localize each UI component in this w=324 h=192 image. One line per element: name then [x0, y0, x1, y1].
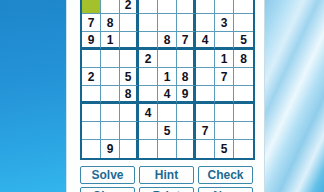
- sudoku-cell-r8c7[interactable]: 7: [196, 122, 215, 140]
- sudoku-cell-r2c8[interactable]: 3: [215, 14, 234, 32]
- sudoku-cell-r1c6[interactable]: [177, 0, 196, 14]
- sudoku-cell-r8c6[interactable]: [177, 122, 196, 140]
- sudoku-cell-r6c9[interactable]: [234, 86, 253, 104]
- sudoku-cell-r4c1[interactable]: [82, 50, 101, 68]
- sudoku-cell-r7c3[interactable]: [120, 104, 139, 122]
- sudoku-cell-r3c2[interactable]: 1: [101, 32, 120, 50]
- sudoku-cell-r4c9[interactable]: 8: [234, 50, 253, 68]
- sudoku-cell-r3c4[interactable]: [139, 32, 158, 50]
- sudoku-cell-r4c5[interactable]: [158, 50, 177, 68]
- sudoku-cell-r8c2[interactable]: [101, 122, 120, 140]
- sudoku-cell-r6c7[interactable]: [196, 86, 215, 104]
- sudoku-cell-r9c9[interactable]: [234, 140, 253, 158]
- hint-button[interactable]: Hint: [139, 166, 194, 184]
- sudoku-cell-r1c1[interactable]: [82, 0, 101, 14]
- sudoku-cell-r6c5[interactable]: 4: [158, 86, 177, 104]
- sudoku-cell-r5c9[interactable]: [234, 68, 253, 86]
- sudoku-cell-r1c3[interactable]: 2: [120, 0, 139, 14]
- sudoku-widget-panel: 27839187452182518784945795 SolveHintChec…: [66, 0, 265, 192]
- sudoku-cell-r6c2[interactable]: [101, 86, 120, 104]
- sudoku-cell-r4c6[interactable]: [177, 50, 196, 68]
- sudoku-cell-r4c7[interactable]: [196, 50, 215, 68]
- sudoku-cell-r8c1[interactable]: [82, 122, 101, 140]
- sudoku-cell-r5c6[interactable]: 8: [177, 68, 196, 86]
- sudoku-cell-r6c8[interactable]: [215, 86, 234, 104]
- solve-button[interactable]: Solve: [80, 166, 135, 184]
- sudoku-cell-r4c3[interactable]: [120, 50, 139, 68]
- sudoku-cell-r7c9[interactable]: [234, 104, 253, 122]
- desktop-background: [0, 0, 66, 192]
- button-row-2: ClearPrintNew: [80, 187, 253, 192]
- sudoku-cell-r3c3[interactable]: [120, 32, 139, 50]
- sudoku-cell-r9c1[interactable]: [82, 140, 101, 158]
- sudoku-cell-r7c7[interactable]: [196, 104, 215, 122]
- sudoku-cell-r2c1[interactable]: 7: [82, 14, 101, 32]
- print-button[interactable]: Print: [139, 187, 194, 192]
- sudoku-cell-r7c2[interactable]: [101, 104, 120, 122]
- sudoku-cell-r7c6[interactable]: [177, 104, 196, 122]
- sudoku-cell-r2c2[interactable]: 8: [101, 14, 120, 32]
- sudoku-cell-r7c1[interactable]: [82, 104, 101, 122]
- button-row-1: SolveHintCheck: [80, 166, 253, 184]
- sudoku-cell-r5c4[interactable]: [139, 68, 158, 86]
- sudoku-cell-r5c1[interactable]: 2: [82, 68, 101, 86]
- sudoku-cell-r3c6[interactable]: 7: [177, 32, 196, 50]
- sudoku-cell-r2c3[interactable]: [120, 14, 139, 32]
- sudoku-cell-r3c7[interactable]: 4: [196, 32, 215, 50]
- sudoku-cell-r7c4[interactable]: 4: [139, 104, 158, 122]
- sudoku-cell-r8c9[interactable]: [234, 122, 253, 140]
- sudoku-cell-r2c6[interactable]: [177, 14, 196, 32]
- sudoku-cell-r9c8[interactable]: 5: [215, 140, 234, 158]
- sudoku-cell-r7c5[interactable]: [158, 104, 177, 122]
- sudoku-cell-r9c5[interactable]: [158, 140, 177, 158]
- sudoku-cell-r9c2[interactable]: 9: [101, 140, 120, 158]
- sudoku-cell-r1c8[interactable]: [215, 0, 234, 14]
- new-button[interactable]: New: [198, 187, 253, 192]
- sudoku-cell-r7c8[interactable]: [215, 104, 234, 122]
- check-button[interactable]: Check: [198, 166, 253, 184]
- sudoku-cell-r3c5[interactable]: 8: [158, 32, 177, 50]
- sudoku-cell-r9c3[interactable]: [120, 140, 139, 158]
- sudoku-cell-r1c4[interactable]: [139, 0, 158, 14]
- sudoku-cell-r9c7[interactable]: [196, 140, 215, 158]
- sudoku-board: 27839187452182518784945795: [80, 0, 255, 160]
- sudoku-cell-r2c5[interactable]: [158, 14, 177, 32]
- sudoku-cell-r8c3[interactable]: [120, 122, 139, 140]
- sudoku-cell-r3c1[interactable]: 9: [82, 32, 101, 50]
- sudoku-cell-r6c4[interactable]: [139, 86, 158, 104]
- sudoku-cell-r5c5[interactable]: 1: [158, 68, 177, 86]
- sudoku-cell-r1c2[interactable]: [101, 0, 120, 14]
- clear-button[interactable]: Clear: [80, 187, 135, 192]
- sudoku-cell-r3c8[interactable]: [215, 32, 234, 50]
- sudoku-cell-r8c8[interactable]: [215, 122, 234, 140]
- sudoku-cell-r4c2[interactable]: [101, 50, 120, 68]
- sudoku-cell-r5c3[interactable]: 5: [120, 68, 139, 86]
- screenshot-root: 27839187452182518784945795 SolveHintChec…: [0, 0, 324, 192]
- sudoku-cell-r4c8[interactable]: 1: [215, 50, 234, 68]
- sudoku-cell-r5c7[interactable]: [196, 68, 215, 86]
- sudoku-cell-r8c4[interactable]: [139, 122, 158, 140]
- desktop-wallpaper: [265, 0, 324, 192]
- sudoku-cell-r4c4[interactable]: 2: [139, 50, 158, 68]
- sudoku-cell-r1c5[interactable]: [158, 0, 177, 14]
- sudoku-cell-r8c5[interactable]: 5: [158, 122, 177, 140]
- sudoku-cell-r1c7[interactable]: [196, 0, 215, 14]
- sudoku-cell-r9c6[interactable]: [177, 140, 196, 158]
- sudoku-cell-r5c2[interactable]: [101, 68, 120, 86]
- sudoku-cell-r9c4[interactable]: [139, 140, 158, 158]
- sudoku-cell-r6c6[interactable]: 9: [177, 86, 196, 104]
- sudoku-cell-r2c7[interactable]: [196, 14, 215, 32]
- sudoku-cell-r3c9[interactable]: 5: [234, 32, 253, 50]
- sudoku-cell-r6c1[interactable]: [82, 86, 101, 104]
- sudoku-cell-r2c9[interactable]: [234, 14, 253, 32]
- sudoku-cell-r6c3[interactable]: 8: [120, 86, 139, 104]
- sudoku-cell-r5c8[interactable]: 7: [215, 68, 234, 86]
- sudoku-cell-r1c9[interactable]: [234, 0, 253, 14]
- sudoku-cell-r2c4[interactable]: [139, 14, 158, 32]
